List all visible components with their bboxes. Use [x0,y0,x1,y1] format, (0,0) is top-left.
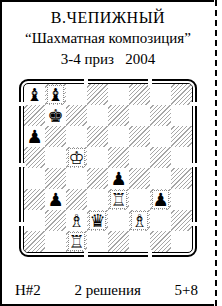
square-h7 [171,105,192,126]
caption: H#2 2 решения 5+8 [2,280,214,300]
square-d2: ♛ [87,210,108,231]
square-f6 [129,126,150,147]
black-pawn-g3: ♟ [152,190,169,209]
header: В.ЧЕПИЖНЫЙ “Шахматная композиция” 3-4 пр… [2,2,214,70]
square-e3: ♖ [108,189,129,210]
square-e2 [108,210,129,231]
square-d7 [87,105,108,126]
square-c1: ♖ [66,231,87,252]
square-f5 [129,147,150,168]
square-b2 [45,210,66,231]
card-frame: В.ЧЕПИЖНЫЙ “Шахматная композиция” 3-4 пр… [0,0,214,306]
square-f8 [129,84,150,105]
square-g4 [150,168,171,189]
composition-card: В.ЧЕПИЖНЫЙ “Шахматная композиция” 3-4 пр… [0,0,222,306]
square-h5 [171,147,192,168]
square-d5 [87,147,108,168]
square-c6 [66,126,87,147]
square-e4: ♟ [108,168,129,189]
square-b4 [45,168,66,189]
square-g8 [150,84,171,105]
square-a1 [24,231,45,252]
square-g5 [150,147,171,168]
square-e8 [108,84,129,105]
square-d8 [87,84,108,105]
square-e7 [108,105,129,126]
square-a4 [24,168,45,189]
square-a6: ♟ [24,126,45,147]
square-c8 [66,84,87,105]
award-line: 3-4 приз 2004 [2,49,214,70]
black-bishop-b8: ♝ [47,85,64,104]
border-break [19,102,26,106]
border-break [190,102,197,106]
square-b1 [45,231,66,252]
square-h8 [171,84,192,105]
square-c4 [66,168,87,189]
square-b3: ♟ [45,189,66,210]
square-b5 [45,147,66,168]
square-h3 [171,189,192,210]
square-g7 [150,105,171,126]
square-e6 [108,126,129,147]
square-g6 [150,126,171,147]
black-pawn-a6: ♟ [26,128,42,146]
black-bishop-a8: ♝ [26,86,42,104]
square-g1 [150,231,171,252]
border-break [19,222,26,226]
square-c3 [66,189,87,210]
square-d3 [87,189,108,210]
square-c2: ♗ [66,210,87,231]
black-king-b7: ♚ [47,107,63,125]
square-b8: ♝ [45,84,66,105]
white-rook-c1: ♖ [68,232,85,251]
square-f1 [129,231,150,252]
white-bishop-c2: ♗ [68,212,84,230]
square-h4 [171,168,192,189]
square-a5 [24,147,45,168]
square-h6 [171,126,192,147]
border-break [84,79,88,86]
white-king-c5: ♔ [68,148,85,167]
stipulation-label: H#2 [15,280,41,300]
square-b7: ♚ [45,105,66,126]
square-a3 [24,189,45,210]
page-cut-dashed-line [215,0,217,306]
black-queen-d2: ♛ [89,211,106,230]
board-border: ♝♝♚♟♔♟♟♖♟♗♛♗♖ [23,83,193,253]
square-f7 [129,105,150,126]
square-c5: ♔ [66,147,87,168]
square-g3: ♟ [150,189,171,210]
square-d6 [87,126,108,147]
white-rook-e3: ♖ [110,190,127,209]
square-h1 [171,231,192,252]
square-g2 [150,210,171,231]
board-frame: ♝♝♚♟♔♟♟♖♟♗♛♗♖ [19,79,197,257]
source-title: “Шахматная композиция” [2,28,214,49]
square-e5 [108,147,129,168]
black-pawn-b3: ♟ [47,191,63,209]
material-count: 5+8 [175,280,198,300]
border-break [148,250,152,257]
square-f3 [129,189,150,210]
square-h2 [171,210,192,231]
border-break [190,222,197,226]
square-a7 [24,105,45,126]
border-break [19,163,26,167]
author-name: В.ЧЕПИЖНЫЙ [2,7,214,28]
square-b6 [45,126,66,147]
solutions-label: 2 решения [74,280,141,300]
square-f4 [129,168,150,189]
border-break [190,163,197,167]
black-pawn-e4: ♟ [110,170,126,188]
square-a8: ♝ [24,84,45,105]
square-c7 [66,105,87,126]
square-d1 [87,231,108,252]
border-break [84,250,88,257]
square-e1 [108,231,129,252]
white-bishop-f2: ♗ [131,211,148,230]
chess-board: ♝♝♚♟♔♟♟♖♟♗♛♗♖ [24,84,192,252]
square-f2: ♗ [129,210,150,231]
border-break [148,79,152,86]
square-a2 [24,210,45,231]
square-d4 [87,168,108,189]
